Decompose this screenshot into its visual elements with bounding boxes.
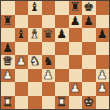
square-h5[interactable] bbox=[96, 42, 110, 56]
square-d2[interactable] bbox=[42, 82, 56, 96]
square-g2[interactable] bbox=[82, 82, 96, 96]
piece-black-king[interactable]: ♚ bbox=[83, 1, 94, 14]
piece-white-rook[interactable]: ♜ bbox=[2, 96, 13, 109]
square-f6[interactable] bbox=[69, 28, 83, 42]
square-a3[interactable]: ♟ bbox=[1, 69, 15, 83]
square-f1[interactable] bbox=[69, 96, 83, 110]
square-c1[interactable] bbox=[28, 96, 42, 110]
piece-black-queen[interactable]: ♛ bbox=[43, 28, 54, 41]
piece-white-knight[interactable]: ♞ bbox=[29, 55, 40, 68]
square-c7[interactable] bbox=[28, 15, 42, 29]
square-g6[interactable] bbox=[82, 28, 96, 42]
square-b4[interactable]: ♟ bbox=[15, 55, 29, 69]
piece-white-pawn[interactable]: ♟ bbox=[97, 69, 108, 82]
square-b2[interactable] bbox=[15, 82, 29, 96]
square-c4[interactable]: ♞ bbox=[28, 55, 42, 69]
square-g1[interactable]: ♚ bbox=[82, 96, 96, 110]
square-a7[interactable]: ♜ bbox=[1, 15, 15, 29]
square-c5[interactable] bbox=[28, 42, 42, 56]
square-g3[interactable] bbox=[82, 69, 96, 83]
square-e8[interactable] bbox=[55, 1, 69, 15]
piece-white-pawn[interactable]: ♟ bbox=[2, 69, 13, 82]
square-e2[interactable] bbox=[55, 82, 69, 96]
piece-white-bishop[interactable]: ♝ bbox=[29, 28, 40, 41]
square-c2[interactable] bbox=[28, 82, 42, 96]
piece-white-rook[interactable]: ♜ bbox=[56, 96, 67, 109]
chess-board-frame: ♝♜♚♜♟♟♝♝♛♟♟♟♛♟♞♞♟♟♟♟♟♜♜♚ bbox=[0, 0, 110, 110]
piece-black-bishop[interactable]: ♝ bbox=[16, 28, 27, 41]
square-b1[interactable] bbox=[15, 96, 29, 110]
square-g7[interactable]: ♟ bbox=[82, 15, 96, 29]
square-d8[interactable] bbox=[42, 1, 56, 15]
square-c8[interactable]: ♝ bbox=[28, 1, 42, 15]
square-f3[interactable] bbox=[69, 69, 83, 83]
square-a8[interactable] bbox=[1, 1, 15, 15]
piece-black-pawn[interactable]: ♟ bbox=[56, 28, 67, 41]
piece-black-pawn[interactable]: ♟ bbox=[70, 15, 81, 28]
piece-white-pawn[interactable]: ♟ bbox=[70, 82, 81, 95]
piece-black-pawn[interactable]: ♟ bbox=[97, 28, 108, 41]
square-e6[interactable]: ♟ bbox=[55, 28, 69, 42]
piece-black-knight[interactable]: ♞ bbox=[43, 55, 54, 68]
square-e5[interactable] bbox=[55, 42, 69, 56]
square-h1[interactable] bbox=[96, 96, 110, 110]
piece-black-pawn[interactable]: ♟ bbox=[2, 42, 13, 55]
square-b3[interactable] bbox=[15, 69, 29, 83]
square-e1[interactable]: ♜ bbox=[55, 96, 69, 110]
square-h3[interactable]: ♟ bbox=[96, 69, 110, 83]
square-c6[interactable]: ♝ bbox=[28, 28, 42, 42]
piece-black-rook[interactable]: ♜ bbox=[2, 15, 13, 28]
square-b5[interactable] bbox=[15, 42, 29, 56]
square-h7[interactable] bbox=[96, 15, 110, 29]
square-d7[interactable] bbox=[42, 15, 56, 29]
piece-white-king[interactable]: ♚ bbox=[83, 96, 94, 109]
square-h6[interactable]: ♟ bbox=[96, 28, 110, 42]
square-h8[interactable] bbox=[96, 1, 110, 15]
square-a4[interactable]: ♛ bbox=[1, 55, 15, 69]
square-a5[interactable]: ♟ bbox=[1, 42, 15, 56]
piece-white-pawn[interactable]: ♟ bbox=[16, 55, 27, 68]
square-f4[interactable] bbox=[69, 55, 83, 69]
square-e3[interactable] bbox=[55, 69, 69, 83]
square-f7[interactable]: ♟ bbox=[69, 15, 83, 29]
square-d6[interactable]: ♛ bbox=[42, 28, 56, 42]
square-b7[interactable] bbox=[15, 15, 29, 29]
square-d1[interactable] bbox=[42, 96, 56, 110]
square-d3[interactable]: ♟ bbox=[42, 69, 56, 83]
square-e4[interactable] bbox=[55, 55, 69, 69]
square-g8[interactable]: ♚ bbox=[82, 1, 96, 15]
square-h4[interactable] bbox=[96, 55, 110, 69]
piece-white-pawn[interactable]: ♟ bbox=[97, 82, 108, 95]
chess-board: ♝♜♚♜♟♟♝♝♛♟♟♟♛♟♞♞♟♟♟♟♟♜♜♚ bbox=[1, 1, 109, 109]
square-a6[interactable] bbox=[1, 28, 15, 42]
piece-black-rook[interactable]: ♜ bbox=[70, 1, 81, 14]
piece-black-pawn[interactable]: ♟ bbox=[83, 15, 94, 28]
square-e7[interactable] bbox=[55, 15, 69, 29]
square-b8[interactable] bbox=[15, 1, 29, 15]
square-c3[interactable] bbox=[28, 69, 42, 83]
square-f5[interactable] bbox=[69, 42, 83, 56]
square-h2[interactable]: ♟ bbox=[96, 82, 110, 96]
square-d5[interactable] bbox=[42, 42, 56, 56]
square-a2[interactable] bbox=[1, 82, 15, 96]
square-g5[interactable] bbox=[82, 42, 96, 56]
piece-white-pawn[interactable]: ♟ bbox=[43, 69, 54, 82]
square-d4[interactable]: ♞ bbox=[42, 55, 56, 69]
piece-white-queen[interactable]: ♛ bbox=[2, 55, 13, 68]
square-b6[interactable]: ♝ bbox=[15, 28, 29, 42]
square-g4[interactable] bbox=[82, 55, 96, 69]
square-f8[interactable]: ♜ bbox=[69, 1, 83, 15]
square-a1[interactable]: ♜ bbox=[1, 96, 15, 110]
square-f2[interactable]: ♟ bbox=[69, 82, 83, 96]
piece-black-bishop[interactable]: ♝ bbox=[29, 1, 40, 14]
